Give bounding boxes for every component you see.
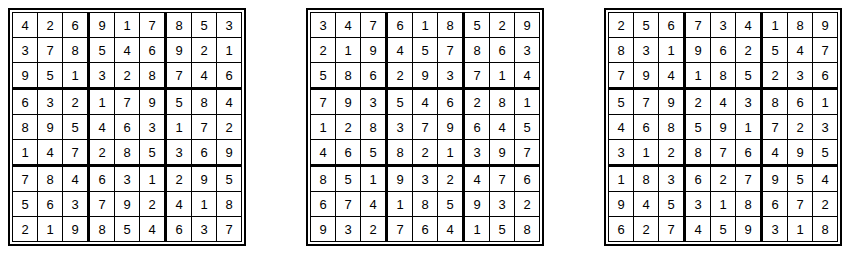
grid2-cell-r1c1: 3 <box>311 13 335 37</box>
grid3-cell-r9c9: 8 <box>813 217 837 241</box>
grid3-cell-r9c1: 6 <box>609 217 633 241</box>
grid1-cell-r4c5: 7 <box>115 90 139 114</box>
grid2-cell-r3c3: 6 <box>361 63 385 87</box>
grid2-cell-r1c5: 1 <box>413 13 437 37</box>
grid2-cell-r5c2: 2 <box>336 115 360 139</box>
grid2-cell-r3c2: 8 <box>336 63 360 87</box>
grid3-cell-r5c5: 9 <box>711 115 735 139</box>
grid2-cell-r6c8: 9 <box>490 140 514 164</box>
sudoku-grid-3: 2568317947349621851895472365794683122435… <box>604 8 842 246</box>
grid3-box-r3c3: 954672318 <box>763 167 837 241</box>
grid1-cell-r9c7: 6 <box>167 217 191 241</box>
grid1-cell-r1c5: 1 <box>115 13 139 37</box>
grid3-cell-r3c2: 9 <box>634 63 658 87</box>
grid1-cell-r6c2: 4 <box>38 140 62 164</box>
grid2-cell-r4c4: 5 <box>388 90 412 114</box>
grid1-cell-r4c7: 5 <box>167 90 191 114</box>
grid1-cell-r2c5: 4 <box>115 38 139 62</box>
grid2-cell-r9c2: 3 <box>336 217 360 241</box>
grid2-cell-r1c4: 6 <box>388 13 412 37</box>
grid3-cell-r4c9: 1 <box>813 90 837 114</box>
grid3-cell-r4c3: 9 <box>659 90 683 114</box>
grid1-cell-r1c9: 3 <box>217 13 241 37</box>
grid3-cell-r6c3: 2 <box>659 140 683 164</box>
grid3-cell-r6c8: 9 <box>788 140 812 164</box>
grid1-cell-r5c8: 7 <box>192 115 216 139</box>
grid1-cell-r4c4: 1 <box>90 90 114 114</box>
grid3-cell-r8c1: 9 <box>609 192 633 216</box>
grid1-cell-r2c4: 5 <box>90 38 114 62</box>
grid2-cell-r6c9: 7 <box>515 140 539 164</box>
sudoku-grid-2: 3472195866184572935298637147931284655463… <box>306 8 544 246</box>
grid1-cell-r6c6: 5 <box>140 140 164 164</box>
grid2-box-r2c1: 793128465 <box>311 90 385 164</box>
grid3-box-r2c1: 579468312 <box>609 90 683 164</box>
grid1-cell-r3c6: 8 <box>140 63 164 87</box>
grid1-cell-r7c6: 1 <box>140 167 164 191</box>
grid3-cell-r4c7: 8 <box>763 90 787 114</box>
grid3-cell-r8c6: 8 <box>736 192 760 216</box>
grid3-cell-r5c1: 4 <box>609 115 633 139</box>
sudoku-solutions-page: 4263789519175463288539217466328951471794… <box>0 0 850 254</box>
grid3-box-r3c1: 183945627 <box>609 167 683 241</box>
grid1-cell-r4c6: 9 <box>140 90 164 114</box>
grid2-cell-r3c1: 5 <box>311 63 335 87</box>
grid3-cell-r1c6: 4 <box>736 13 760 37</box>
grid1-cell-r9c4: 8 <box>90 217 114 241</box>
grid3-cell-r7c6: 7 <box>736 167 760 191</box>
grid2-cell-r3c6: 3 <box>438 63 462 87</box>
grid3-cell-r7c8: 5 <box>788 167 812 191</box>
grid2-cell-r7c3: 1 <box>361 167 385 191</box>
grid2-cell-r7c8: 7 <box>490 167 514 191</box>
grid2-cell-r2c4: 4 <box>388 38 412 62</box>
grid3-cell-r6c6: 6 <box>736 140 760 164</box>
grid2-cell-r2c7: 8 <box>465 38 489 62</box>
grid3-cell-r8c4: 3 <box>686 192 710 216</box>
grid2-cell-r8c5: 8 <box>413 192 437 216</box>
grid2-cell-r8c4: 1 <box>388 192 412 216</box>
grid3-box-r2c2: 243591876 <box>686 90 760 164</box>
grid2-box-r2c2: 546379821 <box>388 90 462 164</box>
grid3-cell-r5c3: 8 <box>659 115 683 139</box>
grid3-cell-r8c7: 6 <box>763 192 787 216</box>
grid1-cell-r7c5: 3 <box>115 167 139 191</box>
grid2-cell-r8c2: 7 <box>336 192 360 216</box>
grid1-cell-r9c2: 1 <box>38 217 62 241</box>
grid3-cell-r1c1: 2 <box>609 13 633 37</box>
grid2-cell-r6c5: 2 <box>413 140 437 164</box>
grid3-box-r2c3: 861723495 <box>763 90 837 164</box>
grid2-cell-r8c8: 3 <box>490 192 514 216</box>
grid3-cell-r2c2: 3 <box>634 38 658 62</box>
grid3-cell-r2c6: 2 <box>736 38 760 62</box>
grid3-cell-r4c4: 2 <box>686 90 710 114</box>
grid2-cell-r4c2: 9 <box>336 90 360 114</box>
grid3-cell-r6c7: 4 <box>763 140 787 164</box>
sudoku-grid-1-boxes: 4263789519175463288539217466328951471794… <box>12 12 242 242</box>
grid1-cell-r4c3: 2 <box>63 90 87 114</box>
grid3-cell-r6c4: 8 <box>686 140 710 164</box>
grid3-cell-r4c1: 5 <box>609 90 633 114</box>
grid1-cell-r9c3: 9 <box>63 217 87 241</box>
grid2-cell-r7c7: 4 <box>465 167 489 191</box>
grid2-cell-r7c2: 5 <box>336 167 360 191</box>
grid3-cell-r9c5: 5 <box>711 217 735 241</box>
grid2-box-r1c3: 529863714 <box>465 13 539 87</box>
grid1-cell-r7c7: 2 <box>167 167 191 191</box>
grid1-cell-r7c9: 5 <box>217 167 241 191</box>
grid3-cell-r2c3: 1 <box>659 38 683 62</box>
grid3-cell-r3c4: 1 <box>686 63 710 87</box>
grid3-cell-r6c5: 7 <box>711 140 735 164</box>
grid1-cell-r2c6: 6 <box>140 38 164 62</box>
grid1-cell-r3c8: 4 <box>192 63 216 87</box>
grid3-cell-r8c9: 2 <box>813 192 837 216</box>
grid1-cell-r5c2: 9 <box>38 115 62 139</box>
grid1-cell-r6c4: 2 <box>90 140 114 164</box>
grid2-cell-r1c7: 5 <box>465 13 489 37</box>
grid3-cell-r2c4: 9 <box>686 38 710 62</box>
grid3-cell-r6c1: 3 <box>609 140 633 164</box>
grid3-cell-r9c3: 7 <box>659 217 683 241</box>
grid3-cell-r1c8: 8 <box>788 13 812 37</box>
grid3-cell-r6c9: 5 <box>813 140 837 164</box>
grid3-cell-r7c3: 3 <box>659 167 683 191</box>
sudoku-grid-1: 4263789519175463288539217466328951471794… <box>8 8 246 246</box>
grid2-cell-r1c8: 2 <box>490 13 514 37</box>
grid1-cell-r3c4: 3 <box>90 63 114 87</box>
grid1-cell-r5c6: 3 <box>140 115 164 139</box>
grid2-cell-r5c6: 9 <box>438 115 462 139</box>
grid1-cell-r4c2: 3 <box>38 90 62 114</box>
grid1-cell-r5c5: 6 <box>115 115 139 139</box>
grid1-cell-r3c1: 9 <box>13 63 37 87</box>
grid2-cell-r6c4: 8 <box>388 140 412 164</box>
grid2-cell-r2c3: 9 <box>361 38 385 62</box>
grid2-cell-r7c4: 9 <box>388 167 412 191</box>
grid2-cell-r3c4: 2 <box>388 63 412 87</box>
grid1-cell-r1c7: 8 <box>167 13 191 37</box>
grid2-cell-r1c9: 9 <box>515 13 539 37</box>
grid1-cell-r8c8: 1 <box>192 192 216 216</box>
grid2-cell-r6c2: 6 <box>336 140 360 164</box>
grid1-cell-r8c2: 6 <box>38 192 62 216</box>
grid2-cell-r6c3: 5 <box>361 140 385 164</box>
grid1-cell-r9c6: 4 <box>140 217 164 241</box>
grid3-cell-r2c1: 8 <box>609 38 633 62</box>
grid3-cell-r1c2: 5 <box>634 13 658 37</box>
grid2-cell-r1c2: 4 <box>336 13 360 37</box>
grid2-cell-r4c7: 2 <box>465 90 489 114</box>
grid2-cell-r1c3: 7 <box>361 13 385 37</box>
grid1-cell-r6c5: 8 <box>115 140 139 164</box>
grid1-cell-r9c8: 3 <box>192 217 216 241</box>
grid1-cell-r7c1: 7 <box>13 167 37 191</box>
grid1-cell-r7c4: 6 <box>90 167 114 191</box>
grid1-cell-r8c4: 7 <box>90 192 114 216</box>
grid1-cell-r9c1: 2 <box>13 217 37 241</box>
grid1-cell-r2c7: 9 <box>167 38 191 62</box>
grid3-cell-r7c1: 1 <box>609 167 633 191</box>
grid1-cell-r4c1: 6 <box>13 90 37 114</box>
grid1-cell-r3c3: 1 <box>63 63 87 87</box>
grid3-cell-r7c2: 8 <box>634 167 658 191</box>
grid1-cell-r1c8: 5 <box>192 13 216 37</box>
grid3-cell-r3c8: 3 <box>788 63 812 87</box>
grid1-cell-r6c1: 1 <box>13 140 37 164</box>
grid1-cell-r8c6: 2 <box>140 192 164 216</box>
grid1-box-r2c2: 179463285 <box>90 90 164 164</box>
grid1-cell-r4c9: 4 <box>217 90 241 114</box>
grid3-cell-r9c8: 1 <box>788 217 812 241</box>
grid2-cell-r6c1: 4 <box>311 140 335 164</box>
grid3-cell-r9c6: 9 <box>736 217 760 241</box>
grid2-cell-r5c4: 3 <box>388 115 412 139</box>
grid3-cell-r8c2: 4 <box>634 192 658 216</box>
grid2-cell-r5c9: 5 <box>515 115 539 139</box>
grid1-cell-r1c2: 2 <box>38 13 62 37</box>
grid3-cell-r3c5: 8 <box>711 63 735 87</box>
grid1-cell-r2c9: 1 <box>217 38 241 62</box>
grid2-cell-r8c6: 5 <box>438 192 462 216</box>
grid3-cell-r5c2: 6 <box>634 115 658 139</box>
grid2-cell-r8c3: 4 <box>361 192 385 216</box>
grid1-box-r2c1: 632895147 <box>13 90 87 164</box>
grid1-box-r3c2: 631792854 <box>90 167 164 241</box>
grid1-cell-r2c8: 2 <box>192 38 216 62</box>
grid1-box-r1c2: 917546328 <box>90 13 164 87</box>
grid1-cell-r5c7: 1 <box>167 115 191 139</box>
grid3-cell-r7c9: 4 <box>813 167 837 191</box>
grid3-cell-r2c9: 7 <box>813 38 837 62</box>
grid3-cell-r8c3: 5 <box>659 192 683 216</box>
grid3-cell-r9c2: 2 <box>634 217 658 241</box>
grid2-cell-r9c8: 5 <box>490 217 514 241</box>
grid2-cell-r4c5: 4 <box>413 90 437 114</box>
grid2-cell-r3c7: 7 <box>465 63 489 87</box>
grid3-cell-r1c3: 6 <box>659 13 683 37</box>
grid2-cell-r5c8: 4 <box>490 115 514 139</box>
sudoku-grid-2-boxes: 3472195866184572935298637147931284655463… <box>310 12 540 242</box>
grid1-cell-r1c4: 9 <box>90 13 114 37</box>
grid2-cell-r2c6: 7 <box>438 38 462 62</box>
grid1-cell-r2c3: 8 <box>63 38 87 62</box>
grid2-box-r1c1: 347219586 <box>311 13 385 87</box>
grid2-cell-r9c3: 2 <box>361 217 385 241</box>
grid3-cell-r7c4: 6 <box>686 167 710 191</box>
grid1-box-r1c3: 853921746 <box>167 13 241 87</box>
grid2-cell-r7c9: 6 <box>515 167 539 191</box>
grid3-box-r1c2: 734962185 <box>686 13 760 87</box>
grid2-cell-r6c6: 1 <box>438 140 462 164</box>
grid3-cell-r1c5: 3 <box>711 13 735 37</box>
grid3-box-r3c2: 627318459 <box>686 167 760 241</box>
grid1-cell-r5c9: 2 <box>217 115 241 139</box>
grid3-cell-r6c2: 1 <box>634 140 658 164</box>
grid2-cell-r2c1: 2 <box>311 38 335 62</box>
grid1-cell-r3c5: 2 <box>115 63 139 87</box>
grid3-cell-r8c8: 7 <box>788 192 812 216</box>
grid2-cell-r9c7: 1 <box>465 217 489 241</box>
grid1-cell-r8c7: 4 <box>167 192 191 216</box>
grid1-cell-r7c2: 8 <box>38 167 62 191</box>
grid3-cell-r5c7: 7 <box>763 115 787 139</box>
grid2-cell-r2c5: 5 <box>413 38 437 62</box>
grid1-cell-r1c3: 6 <box>63 13 87 37</box>
grid3-cell-r5c4: 5 <box>686 115 710 139</box>
grid1-cell-r7c8: 9 <box>192 167 216 191</box>
grid2-cell-r5c5: 7 <box>413 115 437 139</box>
grid1-box-r3c3: 295418637 <box>167 167 241 241</box>
grid2-cell-r8c9: 2 <box>515 192 539 216</box>
grid2-cell-r9c5: 6 <box>413 217 437 241</box>
grid3-cell-r1c9: 9 <box>813 13 837 37</box>
grid2-cell-r7c6: 2 <box>438 167 462 191</box>
grid3-cell-r3c7: 2 <box>763 63 787 87</box>
grid3-cell-r5c6: 1 <box>736 115 760 139</box>
grid1-cell-r8c1: 5 <box>13 192 37 216</box>
grid3-cell-r4c5: 4 <box>711 90 735 114</box>
grid1-cell-r3c7: 7 <box>167 63 191 87</box>
grid1-cell-r6c8: 6 <box>192 140 216 164</box>
grid2-cell-r8c7: 9 <box>465 192 489 216</box>
grid2-cell-r1c6: 8 <box>438 13 462 37</box>
grid3-cell-r1c7: 1 <box>763 13 787 37</box>
grid2-cell-r9c9: 8 <box>515 217 539 241</box>
grid1-cell-r5c1: 8 <box>13 115 37 139</box>
grid1-box-r3c1: 784563219 <box>13 167 87 241</box>
grid3-cell-r9c4: 4 <box>686 217 710 241</box>
grid3-cell-r9c7: 3 <box>763 217 787 241</box>
grid2-cell-r5c1: 1 <box>311 115 335 139</box>
grid3-cell-r3c6: 5 <box>736 63 760 87</box>
sudoku-grid-3-boxes: 2568317947349621851895472365794683122435… <box>608 12 838 242</box>
grid1-cell-r9c5: 5 <box>115 217 139 241</box>
grid2-cell-r7c5: 3 <box>413 167 437 191</box>
grid1-cell-r2c2: 7 <box>38 38 62 62</box>
grid1-cell-r6c7: 3 <box>167 140 191 164</box>
grid1-cell-r6c9: 9 <box>217 140 241 164</box>
grid2-cell-r2c8: 6 <box>490 38 514 62</box>
grid1-cell-r3c9: 6 <box>217 63 241 87</box>
grid1-cell-r6c3: 7 <box>63 140 87 164</box>
grid2-box-r2c3: 281645397 <box>465 90 539 164</box>
grid3-cell-r8c5: 1 <box>711 192 735 216</box>
grid2-cell-r3c5: 9 <box>413 63 437 87</box>
grid2-cell-r2c2: 1 <box>336 38 360 62</box>
grid2-cell-r2c9: 3 <box>515 38 539 62</box>
grid3-cell-r7c5: 2 <box>711 167 735 191</box>
grid2-box-r3c3: 476932158 <box>465 167 539 241</box>
grid2-cell-r6c7: 3 <box>465 140 489 164</box>
grid1-cell-r7c3: 4 <box>63 167 87 191</box>
grid1-cell-r8c9: 8 <box>217 192 241 216</box>
grid1-cell-r4c8: 8 <box>192 90 216 114</box>
grid1-cell-r8c5: 9 <box>115 192 139 216</box>
grid3-cell-r2c7: 5 <box>763 38 787 62</box>
grid2-cell-r5c3: 8 <box>361 115 385 139</box>
grid3-cell-r3c1: 7 <box>609 63 633 87</box>
grid2-cell-r4c9: 1 <box>515 90 539 114</box>
grid3-cell-r4c2: 7 <box>634 90 658 114</box>
grid3-box-r1c1: 256831794 <box>609 13 683 87</box>
grid2-cell-r9c4: 7 <box>388 217 412 241</box>
grid3-cell-r3c3: 4 <box>659 63 683 87</box>
grid2-cell-r4c6: 6 <box>438 90 462 114</box>
grid2-cell-r9c6: 4 <box>438 217 462 241</box>
grid3-cell-r2c5: 6 <box>711 38 735 62</box>
grid1-cell-r1c1: 4 <box>13 13 37 37</box>
grid3-cell-r5c9: 3 <box>813 115 837 139</box>
grid1-cell-r3c2: 5 <box>38 63 62 87</box>
grid1-box-r2c3: 584172369 <box>167 90 241 164</box>
grid1-cell-r1c6: 7 <box>140 13 164 37</box>
grid2-box-r1c2: 618457293 <box>388 13 462 87</box>
grid3-cell-r4c8: 6 <box>788 90 812 114</box>
grid2-cell-r5c7: 6 <box>465 115 489 139</box>
grid1-cell-r8c3: 3 <box>63 192 87 216</box>
grid2-cell-r9c1: 9 <box>311 217 335 241</box>
grid1-box-r1c1: 426378951 <box>13 13 87 87</box>
grid3-cell-r2c8: 4 <box>788 38 812 62</box>
grid3-cell-r5c8: 2 <box>788 115 812 139</box>
grid3-cell-r4c6: 3 <box>736 90 760 114</box>
grid2-cell-r3c8: 1 <box>490 63 514 87</box>
grid3-box-r1c3: 189547236 <box>763 13 837 87</box>
grid2-cell-r7c1: 8 <box>311 167 335 191</box>
grid1-cell-r2c1: 3 <box>13 38 37 62</box>
grid2-box-r3c2: 932185764 <box>388 167 462 241</box>
grid3-cell-r7c7: 9 <box>763 167 787 191</box>
grid2-cell-r4c1: 7 <box>311 90 335 114</box>
grid2-cell-r3c9: 4 <box>515 63 539 87</box>
grid3-cell-r1c4: 7 <box>686 13 710 37</box>
grid3-cell-r3c9: 6 <box>813 63 837 87</box>
grid1-cell-r9c9: 7 <box>217 217 241 241</box>
grid2-box-r3c1: 851674932 <box>311 167 385 241</box>
grid2-cell-r4c8: 8 <box>490 90 514 114</box>
grid2-cell-r8c1: 6 <box>311 192 335 216</box>
grid1-cell-r5c4: 4 <box>90 115 114 139</box>
grid1-cell-r5c3: 5 <box>63 115 87 139</box>
grid2-cell-r4c3: 3 <box>361 90 385 114</box>
